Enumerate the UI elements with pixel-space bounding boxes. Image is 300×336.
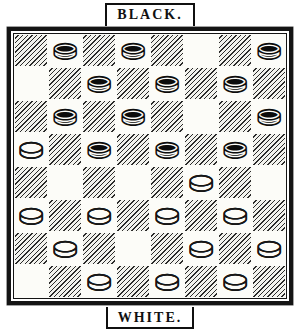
- square-r1c2: ⛂: [48, 34, 82, 67]
- square-r4c3: ⛂: [82, 133, 116, 166]
- square-r6c3: ⛀: [82, 199, 116, 232]
- square-r3c6: [184, 100, 218, 133]
- square-r1c3: [82, 34, 116, 67]
- white-side-label-bracket: WHITE.: [106, 307, 195, 329]
- square-r2c8: [252, 67, 286, 100]
- square-r4c5: ⛂: [150, 133, 184, 166]
- square-r2c6: [184, 67, 218, 100]
- checkers-board-inner-border: ⛂⛂⛂⛂⛂⛂⛂⛂⛂⛀⛂⛂⛂⛀⛀⛀⛀⛀⛀⛀⛀⛀⛀⛀: [13, 33, 287, 299]
- square-r5c2: [48, 166, 82, 199]
- square-r5c5: [150, 166, 184, 199]
- black-side-label-row: BLACK.: [0, 0, 300, 26]
- black-man-piece: ⛂: [256, 33, 282, 66]
- square-r6c4: [116, 199, 150, 232]
- square-r1c8: ⛂: [252, 34, 286, 67]
- black-side-label: BLACK.: [117, 7, 182, 22]
- white-man-piece: ⛀: [256, 231, 282, 264]
- square-r2c3: ⛂: [82, 67, 116, 100]
- square-r5c8: [252, 166, 286, 199]
- square-r7c3: [82, 232, 116, 265]
- square-r6c6: [184, 199, 218, 232]
- black-man-piece: ⛂: [86, 66, 112, 99]
- square-r3c1: [14, 100, 48, 133]
- white-man-piece: ⛀: [52, 231, 78, 264]
- square-r2c2: [48, 67, 82, 100]
- white-man-piece: ⛀: [86, 198, 112, 231]
- square-r8c6: [184, 265, 218, 298]
- square-r1c5: [150, 34, 184, 67]
- square-r2c7: ⛂: [218, 67, 252, 100]
- square-r6c8: [252, 199, 286, 232]
- black-side-label-bracket: BLACK.: [105, 3, 194, 26]
- black-man-piece: ⛂: [256, 99, 282, 132]
- white-man-piece: ⛀: [18, 198, 44, 231]
- square-r5c7: [218, 166, 252, 199]
- square-r1c1: [14, 34, 48, 67]
- white-man-piece: ⛀: [86, 264, 112, 297]
- checkers-diagram-page: BLACK. ⛂⛂⛂⛂⛂⛂⛂⛂⛂⛀⛂⛂⛂⛀⛀⛀⛀⛀⛀⛀⛀⛀⛀⛀ WHITE.: [0, 0, 300, 336]
- square-r3c2: ⛂: [48, 100, 82, 133]
- square-r8c1: [14, 265, 48, 298]
- square-r6c7: ⛀: [218, 199, 252, 232]
- square-r2c4: [116, 67, 150, 100]
- black-man-piece: ⛂: [120, 99, 146, 132]
- square-r6c1: ⛀: [14, 199, 48, 232]
- white-man-piece: ⛀: [154, 264, 180, 297]
- black-man-piece: ⛂: [120, 33, 146, 66]
- white-man-piece: ⛀: [188, 165, 214, 198]
- square-r3c7: [218, 100, 252, 133]
- checkers-board-frame: ⛂⛂⛂⛂⛂⛂⛂⛂⛂⛀⛂⛂⛂⛀⛀⛀⛀⛀⛀⛀⛀⛀⛀⛀: [7, 27, 293, 305]
- square-r4c4: [116, 133, 150, 166]
- square-r8c4: [116, 265, 150, 298]
- square-r8c2: [48, 265, 82, 298]
- square-r3c5: [150, 100, 184, 133]
- square-r8c3: ⛀: [82, 265, 116, 298]
- square-r3c3: [82, 100, 116, 133]
- white-man-piece: ⛀: [18, 132, 44, 165]
- square-r7c7: [218, 232, 252, 265]
- square-r1c6: [184, 34, 218, 67]
- square-r4c2: [48, 133, 82, 166]
- square-r7c5: [150, 232, 184, 265]
- black-man-piece: ⛂: [52, 33, 78, 66]
- square-r7c6: ⛀: [184, 232, 218, 265]
- square-r5c6: ⛀: [184, 166, 218, 199]
- white-man-piece: ⛀: [188, 231, 214, 264]
- square-r6c2: [48, 199, 82, 232]
- square-r2c1: [14, 67, 48, 100]
- square-r6c5: ⛀: [150, 199, 184, 232]
- square-r4c6: [184, 133, 218, 166]
- square-r4c7: ⛂: [218, 133, 252, 166]
- white-side-label-row: WHITE.: [0, 305, 300, 331]
- square-r7c1: [14, 232, 48, 265]
- square-r3c4: ⛂: [116, 100, 150, 133]
- black-man-piece: ⛂: [52, 99, 78, 132]
- white-man-piece: ⛀: [222, 264, 248, 297]
- square-r5c4: [116, 166, 150, 199]
- black-man-piece: ⛂: [222, 132, 248, 165]
- square-r7c8: ⛀: [252, 232, 286, 265]
- black-man-piece: ⛂: [154, 132, 180, 165]
- black-man-piece: ⛂: [154, 66, 180, 99]
- square-r4c1: ⛀: [14, 133, 48, 166]
- square-r8c7: ⛀: [218, 265, 252, 298]
- square-r2c5: ⛂: [150, 67, 184, 100]
- black-man-piece: ⛂: [86, 132, 112, 165]
- square-r5c3: [82, 166, 116, 199]
- square-r1c7: [218, 34, 252, 67]
- square-r1c4: ⛂: [116, 34, 150, 67]
- black-man-piece: ⛂: [222, 66, 248, 99]
- white-man-piece: ⛀: [154, 198, 180, 231]
- square-r7c4: [116, 232, 150, 265]
- white-man-piece: ⛀: [222, 198, 248, 231]
- square-r8c5: ⛀: [150, 265, 184, 298]
- square-r7c2: ⛀: [48, 232, 82, 265]
- square-r3c8: ⛂: [252, 100, 286, 133]
- board-grid: ⛂⛂⛂⛂⛂⛂⛂⛂⛂⛀⛂⛂⛂⛀⛀⛀⛀⛀⛀⛀⛀⛀⛀⛀: [14, 34, 286, 298]
- square-r5c1: [14, 166, 48, 199]
- square-r4c8: [252, 133, 286, 166]
- white-side-label: WHITE.: [118, 310, 183, 325]
- square-r8c8: [252, 265, 286, 298]
